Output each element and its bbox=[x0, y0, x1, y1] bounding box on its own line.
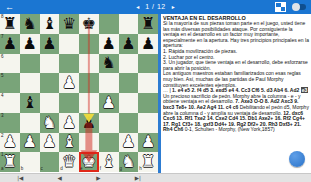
toggle-switch-icon[interactable] bbox=[293, 4, 306, 10]
square-g4[interactable] bbox=[119, 93, 139, 113]
square-g2[interactable]: ♟ bbox=[119, 133, 139, 153]
black-pawn: ♟ bbox=[42, 36, 56, 52]
black-rook: ♜ bbox=[141, 16, 155, 32]
go-end-button[interactable]: ▶| bbox=[135, 174, 141, 182]
square-a1[interactable]: 1a♜ bbox=[0, 152, 20, 172]
black-bishop: ♝ bbox=[22, 95, 36, 111]
toggle-knob bbox=[292, 3, 300, 11]
white-knight: ♞ bbox=[42, 115, 56, 131]
square-h4[interactable] bbox=[138, 93, 158, 113]
file-label: g bbox=[120, 167, 123, 172]
black-pawn: ♟ bbox=[101, 36, 115, 52]
square-d7[interactable] bbox=[59, 34, 79, 54]
square-a5[interactable]: 5 bbox=[0, 73, 20, 93]
square-c1[interactable]: c bbox=[40, 152, 60, 172]
black-pawn: ♟ bbox=[82, 115, 96, 131]
white-rook: ♜ bbox=[141, 154, 155, 170]
square-f1[interactable]: f♝ bbox=[99, 152, 119, 172]
square-f8[interactable] bbox=[99, 14, 119, 34]
square-c2[interactable]: ♟ bbox=[40, 133, 60, 153]
black-pawn: ♟ bbox=[3, 36, 17, 52]
square-d3[interactable]: ♟ bbox=[59, 113, 79, 133]
bottom-bar: |◀ ◀ ▶ ▶| bbox=[0, 173, 311, 182]
next-game-button[interactable]: ► bbox=[171, 0, 176, 14]
square-b1[interactable]: b bbox=[20, 152, 40, 172]
square-d6[interactable] bbox=[59, 54, 79, 74]
square-h3[interactable] bbox=[138, 113, 158, 133]
black-pawn: ♟ bbox=[121, 36, 135, 52]
square-h7[interactable]: ♟ bbox=[138, 34, 158, 54]
rank-label: 1 bbox=[1, 153, 4, 158]
prev-game-button[interactable]: ◄ bbox=[135, 0, 140, 14]
white-rook: ♜ bbox=[3, 154, 17, 170]
rank-label: 7 bbox=[1, 35, 4, 40]
square-e5[interactable] bbox=[79, 73, 99, 93]
white-pawn: ♟ bbox=[121, 134, 135, 150]
white-bishop: ♝ bbox=[62, 134, 76, 150]
black-knight: ♞ bbox=[101, 55, 115, 71]
square-e8[interactable]: ♚ bbox=[79, 14, 99, 34]
annotation-panel: VENTAJA EN EL DESARROLLO Si la mayoría d… bbox=[161, 14, 311, 174]
black-bishop: ♝ bbox=[42, 16, 56, 32]
game-pager: ◄ 1 / 12 ► bbox=[0, 0, 311, 14]
white-pawn: ♟ bbox=[62, 75, 76, 91]
file-label: b bbox=[21, 167, 24, 172]
square-f5[interactable] bbox=[99, 73, 119, 93]
black-rook: ♜ bbox=[3, 16, 17, 32]
lesson-paragraph: Si la mayoría de sus piezas toman parte … bbox=[163, 21, 309, 49]
app-window: ← ◄ 1 / 12 ► 8♜♞♝♛♚♜7♟♟♟♟♟♟6♞5♟4♝♟3♞♟♟2♟… bbox=[0, 0, 311, 182]
square-h5[interactable] bbox=[138, 73, 158, 93]
file-label: c bbox=[41, 167, 43, 172]
white-pawn: ♟ bbox=[62, 115, 76, 131]
go-start-button[interactable]: |◀ bbox=[17, 174, 23, 182]
square-e3[interactable]: ♟ bbox=[79, 113, 99, 133]
square-e1[interactable]: e♚ bbox=[79, 152, 99, 172]
panel-body: Si la mayoría de sus piezas toman parte … bbox=[163, 21, 309, 133]
black-pawn: ♟ bbox=[22, 36, 36, 52]
square-h6[interactable] bbox=[138, 54, 158, 74]
square-d2[interactable]: ♝ bbox=[59, 133, 79, 153]
square-h8[interactable]: ♜ bbox=[138, 14, 158, 34]
square-b8[interactable]: ♞ bbox=[20, 14, 40, 34]
board-area: 8♜♞♝♛♚♜7♟♟♟♟♟♟6♞5♟4♝♟3♞♟♟2♟♟♟♝♟♟1a♜bcd♛e… bbox=[0, 14, 158, 172]
top-bar-actions bbox=[275, 0, 306, 14]
rank-label: 3 bbox=[1, 114, 4, 119]
black-knight: ♞ bbox=[22, 16, 36, 32]
white-pawn: ♟ bbox=[141, 134, 155, 150]
square-b3[interactable] bbox=[20, 113, 40, 133]
square-g1[interactable]: g♞ bbox=[119, 152, 139, 172]
rank-label: 2 bbox=[1, 134, 4, 139]
comment-text: 0-1, Schulten - Morphy, (New York,1857) bbox=[185, 126, 275, 132]
square-f3[interactable] bbox=[99, 113, 119, 133]
square-g6[interactable] bbox=[119, 54, 139, 74]
rank-label: 5 bbox=[1, 74, 4, 79]
file-label: e bbox=[80, 167, 83, 172]
square-b4[interactable]: ♝ bbox=[20, 93, 40, 113]
square-h1[interactable]: h♜ bbox=[138, 152, 158, 172]
square-b2[interactable]: ♟ bbox=[20, 133, 40, 153]
square-a2[interactable]: 2♟ bbox=[0, 133, 20, 153]
fab-button[interactable] bbox=[289, 151, 305, 167]
square-c3[interactable]: ♞ bbox=[40, 113, 60, 133]
file-label: a bbox=[1, 167, 4, 172]
square-f7[interactable]: ♟ bbox=[99, 34, 119, 54]
chess-board: 8♜♞♝♛♚♜7♟♟♟♟♟♟6♞5♟4♝♟3♞♟♟2♟♟♟♝♟♟1a♜bcd♛e… bbox=[0, 14, 158, 172]
black-king: ♚ bbox=[82, 16, 96, 32]
square-c4[interactable] bbox=[40, 93, 60, 113]
square-c8[interactable]: ♝ bbox=[40, 14, 60, 34]
square-c7[interactable]: ♟ bbox=[40, 34, 60, 54]
square-e7[interactable] bbox=[79, 34, 99, 54]
current-move[interactable]: e3 bbox=[301, 87, 309, 93]
back-move-button[interactable]: ◀ bbox=[58, 174, 62, 182]
white-pawn: ♟ bbox=[42, 134, 56, 150]
square-g3[interactable] bbox=[119, 113, 139, 133]
white-king: ♚ bbox=[82, 154, 96, 170]
file-label: d bbox=[60, 167, 63, 172]
file-label: h bbox=[139, 167, 142, 172]
square-c6[interactable] bbox=[40, 54, 60, 74]
square-f2[interactable] bbox=[99, 133, 119, 153]
game-moves-paragraph: … | 1. e4 e5 2. f4 d5 3. exd5 e4 4. Cc3 … bbox=[163, 88, 309, 133]
square-a7[interactable]: 7♟ bbox=[0, 34, 20, 54]
white-pawn: ♟ bbox=[101, 95, 115, 111]
white-queen: ♛ bbox=[62, 154, 76, 170]
square-a8[interactable]: 8♜ bbox=[0, 14, 20, 34]
square-g8[interactable] bbox=[119, 14, 139, 34]
square-e2[interactable] bbox=[79, 133, 99, 153]
board-icon[interactable] bbox=[275, 2, 286, 12]
square-d8[interactable]: ♛ bbox=[59, 14, 79, 34]
white-bishop: ♝ bbox=[101, 154, 115, 170]
square-a4[interactable]: 4 bbox=[0, 93, 20, 113]
square-d5[interactable]: ♟ bbox=[59, 73, 79, 93]
white-pawn: ♟ bbox=[3, 134, 17, 150]
square-d1[interactable]: d♛ bbox=[59, 152, 79, 172]
lesson-paragraph: Los antiguos maestros estaban familiariz… bbox=[163, 71, 309, 88]
square-f4[interactable]: ♟ bbox=[99, 93, 119, 113]
rank-label: 6 bbox=[1, 55, 4, 60]
top-bar: ← ◄ 1 / 12 ► bbox=[0, 0, 311, 14]
square-e6[interactable] bbox=[79, 54, 99, 74]
square-c5[interactable] bbox=[40, 73, 60, 93]
square-e4[interactable] bbox=[79, 93, 99, 113]
black-queen: ♛ bbox=[62, 16, 76, 32]
square-h2[interactable]: ♟ bbox=[138, 133, 158, 153]
square-g7[interactable]: ♟ bbox=[119, 34, 139, 54]
square-b5[interactable] bbox=[20, 73, 40, 93]
square-g5[interactable] bbox=[119, 73, 139, 93]
square-b6[interactable] bbox=[20, 54, 40, 74]
rank-label: 4 bbox=[1, 94, 4, 99]
square-d4[interactable] bbox=[59, 93, 79, 113]
square-f6[interactable]: ♞ bbox=[99, 54, 119, 74]
rank-label: 8 bbox=[1, 15, 4, 20]
pager-label: 1 / 12 bbox=[145, 0, 166, 14]
square-a6[interactable]: 6 bbox=[0, 54, 20, 74]
white-knight: ♞ bbox=[121, 154, 135, 170]
black-pawn: ♟ bbox=[141, 36, 155, 52]
move-nav: |◀ ◀ ▶ ▶| bbox=[0, 174, 158, 182]
file-label: f bbox=[100, 167, 101, 172]
forward-move-button[interactable]: ▶ bbox=[96, 174, 100, 182]
square-b7[interactable]: ♟ bbox=[20, 34, 40, 54]
white-pawn: ♟ bbox=[22, 134, 36, 150]
square-a3[interactable]: 3 bbox=[0, 113, 20, 133]
